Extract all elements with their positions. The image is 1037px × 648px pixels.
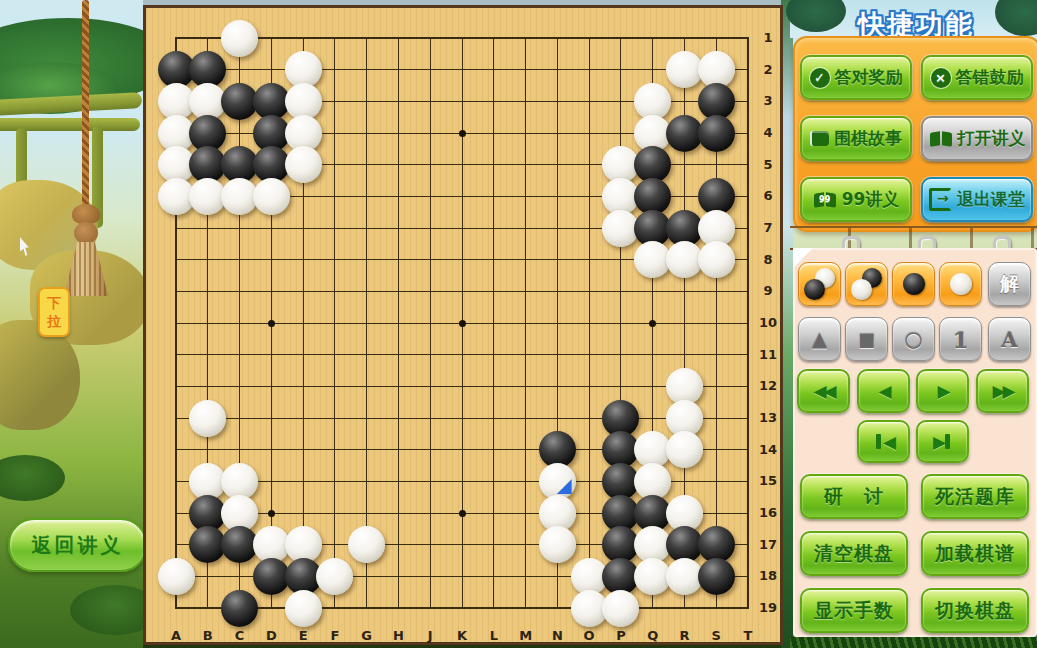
circle-mark-icon: ○ bbox=[904, 327, 922, 351]
jump-start-icon: ◀ bbox=[883, 432, 893, 452]
pull-down-tag[interactable]: 下 拉 bbox=[38, 287, 70, 337]
encourage-wrong-label: 答错鼓励 bbox=[956, 66, 1024, 89]
row-label: 6 bbox=[754, 188, 782, 203]
star-point bbox=[459, 510, 466, 517]
grid-line-h bbox=[175, 607, 749, 609]
letter-mark-icon: A bbox=[1001, 327, 1017, 352]
jump-to-end-button[interactable]: ▶ bbox=[916, 420, 969, 463]
show-moves-label: 显示手数 bbox=[814, 598, 894, 624]
grid-line-h bbox=[175, 386, 749, 387]
stone-F18 bbox=[316, 558, 353, 595]
stone-S8 bbox=[698, 241, 735, 278]
research-button[interactable]: 研 讨 bbox=[800, 474, 908, 519]
column-label: N bbox=[546, 628, 568, 643]
lecture-99-label: 99讲义 bbox=[842, 188, 900, 211]
step-back-icon: ◀ bbox=[878, 381, 888, 401]
mark-square-button[interactable]: ■ bbox=[845, 317, 888, 361]
stone-S4 bbox=[698, 115, 735, 152]
hanging-rope[interactable] bbox=[82, 0, 89, 222]
column-label: J bbox=[419, 628, 441, 643]
start-bar-icon bbox=[876, 434, 881, 449]
star-point bbox=[649, 320, 656, 327]
column-label: O bbox=[578, 628, 600, 643]
tassel-knot[interactable] bbox=[74, 222, 98, 244]
return-handout-label: 返回讲义 bbox=[32, 532, 124, 559]
row-label: 8 bbox=[754, 252, 782, 267]
mark-letter-button[interactable]: A bbox=[988, 317, 1031, 361]
stone-P19 bbox=[602, 590, 639, 627]
column-label: T bbox=[737, 628, 759, 643]
column-label: M bbox=[515, 628, 537, 643]
column-label: K bbox=[451, 628, 473, 643]
fast-forward-button[interactable]: ▶▶ bbox=[976, 369, 1029, 413]
pull-tag-char-2: 拉 bbox=[40, 312, 68, 330]
row-label: 17 bbox=[754, 537, 782, 552]
column-label: P bbox=[610, 628, 632, 643]
app-screen: 下 拉 返回讲义 A1B2C3D4E5F6G7H8J9K10L11M12N13O… bbox=[0, 0, 1037, 648]
row-label: 14 bbox=[754, 442, 782, 457]
exit-icon: → bbox=[929, 188, 952, 211]
life-death-library-button[interactable]: 死活题库 bbox=[921, 474, 1029, 519]
book-icon bbox=[810, 131, 829, 146]
step-forward-button[interactable]: ▶ bbox=[916, 369, 969, 413]
stone-R14 bbox=[666, 431, 703, 468]
white-stone-icon bbox=[851, 279, 872, 300]
column-label: H bbox=[388, 628, 410, 643]
stone-N17 bbox=[539, 526, 576, 563]
switch-board-label: 切换棋盘 bbox=[935, 598, 1015, 624]
fast-rewind-button[interactable]: ◀◀ bbox=[797, 369, 850, 413]
grid-line-v bbox=[525, 37, 526, 609]
tassel-cap[interactable] bbox=[72, 204, 100, 224]
row-label: 7 bbox=[754, 220, 782, 235]
row-label: 9 bbox=[754, 283, 782, 298]
stone-B13 bbox=[189, 400, 226, 437]
column-label: F bbox=[324, 628, 346, 643]
end-bar-icon bbox=[945, 434, 950, 449]
triangle-mark-icon: ▲ bbox=[812, 327, 827, 351]
fast-forward-icon: ▶▶ bbox=[992, 381, 1012, 401]
switch-board-button[interactable]: 切换棋盘 bbox=[921, 588, 1029, 633]
column-label: Q bbox=[642, 628, 664, 643]
grid-line-v bbox=[493, 37, 494, 609]
white-stone-icon bbox=[950, 273, 972, 295]
row-label: 13 bbox=[754, 410, 782, 425]
grid-line-h bbox=[175, 354, 749, 355]
column-label: D bbox=[260, 628, 282, 643]
jump-to-start-button[interactable]: ◀ bbox=[857, 420, 910, 463]
star-point bbox=[268, 510, 275, 517]
row-label: 12 bbox=[754, 378, 782, 393]
book-99-badge: 99 bbox=[813, 195, 837, 204]
reward-correct-label: 答对奖励 bbox=[835, 66, 903, 89]
check-circle-icon: ✓ bbox=[810, 68, 830, 88]
open-handout-button[interactable]: 打开讲义 bbox=[921, 116, 1033, 161]
stone-A18 bbox=[158, 558, 195, 595]
row-label: 19 bbox=[754, 600, 782, 615]
tool-white-black-alternate[interactable] bbox=[845, 262, 888, 306]
return-handout-button[interactable]: 返回讲义 bbox=[8, 518, 147, 572]
step-forward-icon: ▶ bbox=[937, 381, 947, 401]
exit-classroom-label: 退出课堂 bbox=[957, 188, 1025, 211]
black-stone-icon bbox=[804, 279, 825, 300]
row-label: 16 bbox=[754, 505, 782, 520]
stone-E19 bbox=[285, 590, 322, 627]
star-point bbox=[268, 320, 275, 327]
encourage-wrong-button[interactable]: × 答错鼓励 bbox=[921, 55, 1033, 100]
column-label: R bbox=[674, 628, 696, 643]
mark-circle-button[interactable]: ○ bbox=[892, 317, 935, 361]
column-label: S bbox=[705, 628, 727, 643]
row-label: 1 bbox=[754, 30, 782, 45]
stone-C19 bbox=[221, 590, 258, 627]
row-label: 2 bbox=[754, 62, 782, 77]
last-move-marker bbox=[557, 479, 572, 494]
star-point bbox=[459, 130, 466, 137]
number-mark-icon: 1 bbox=[952, 326, 968, 353]
mark-number-button[interactable]: 1 bbox=[939, 317, 982, 361]
open-handout-label: 打开讲义 bbox=[958, 127, 1026, 150]
fast-rewind-icon: ◀◀ bbox=[813, 381, 833, 401]
jump-end-icon: ▶ bbox=[933, 432, 943, 452]
grid-line-v bbox=[747, 37, 749, 609]
stone-E5 bbox=[285, 146, 322, 183]
column-label: G bbox=[356, 628, 378, 643]
stone-G17 bbox=[348, 526, 385, 563]
star-point bbox=[459, 320, 466, 327]
row-label: 4 bbox=[754, 125, 782, 140]
reward-correct-button[interactable]: ✓ 答对奖励 bbox=[800, 55, 912, 100]
row-label: 11 bbox=[754, 347, 782, 362]
pull-tag-char-1: 下 bbox=[40, 294, 68, 312]
square-mark-icon: ■ bbox=[858, 329, 875, 350]
show-move-numbers-button[interactable]: 显示手数 bbox=[800, 588, 908, 633]
tool-solve-button[interactable]: 解 bbox=[988, 262, 1031, 306]
solve-label: 解 bbox=[1000, 271, 1019, 297]
row-label: 15 bbox=[754, 473, 782, 488]
tool-panel bbox=[793, 248, 1037, 637]
research-label: 研 讨 bbox=[824, 484, 884, 510]
row-label: 5 bbox=[754, 157, 782, 172]
book-99-icon: 99 bbox=[813, 192, 837, 208]
sidebar-grass bbox=[790, 637, 1037, 648]
tool-black-white-alternate[interactable] bbox=[798, 262, 841, 306]
clear-board-label: 清空棋盘 bbox=[814, 541, 894, 567]
column-label: E bbox=[292, 628, 314, 643]
stone-S18 bbox=[698, 558, 735, 595]
black-stone-icon bbox=[903, 273, 925, 295]
go-stories-button[interactable]: 围棋故事 bbox=[800, 116, 912, 161]
row-label: 10 bbox=[754, 315, 782, 330]
lecture-99-button[interactable]: 99 99讲义 bbox=[800, 177, 912, 222]
column-label: A bbox=[165, 628, 187, 643]
open-book-icon bbox=[929, 131, 953, 147]
mark-triangle-button[interactable]: ▲ bbox=[798, 317, 841, 361]
column-label: L bbox=[483, 628, 505, 643]
stone-C1 bbox=[221, 20, 258, 57]
load-record-label: 加载棋谱 bbox=[935, 541, 1015, 567]
grid-line-v bbox=[589, 37, 590, 609]
tool-white-stone[interactable] bbox=[939, 262, 982, 306]
column-label: B bbox=[197, 628, 219, 643]
grid-line-h bbox=[175, 418, 749, 419]
column-label: C bbox=[229, 628, 251, 643]
step-back-button[interactable]: ◀ bbox=[857, 369, 910, 413]
bush bbox=[0, 455, 65, 501]
x-circle-icon: × bbox=[931, 68, 951, 88]
stone-D6 bbox=[253, 178, 290, 215]
clear-board-button[interactable]: 清空棋盘 bbox=[800, 531, 908, 576]
go-board-panel: A1B2C3D4E5F6G7H8J9K10L11M12N13O14P15Q16R… bbox=[143, 5, 783, 645]
tool-black-stone[interactable] bbox=[892, 262, 935, 306]
go-stories-label: 围棋故事 bbox=[834, 127, 902, 150]
life-death-label: 死活题库 bbox=[935, 484, 1015, 510]
row-label: 3 bbox=[754, 93, 782, 108]
go-board[interactable]: A1B2C3D4E5F6G7H8J9K10L11M12N13O14P15Q16R… bbox=[146, 8, 780, 642]
row-label: 18 bbox=[754, 568, 782, 583]
load-record-button[interactable]: 加载棋谱 bbox=[921, 531, 1029, 576]
exit-classroom-button[interactable]: → 退出课堂 bbox=[921, 177, 1033, 222]
